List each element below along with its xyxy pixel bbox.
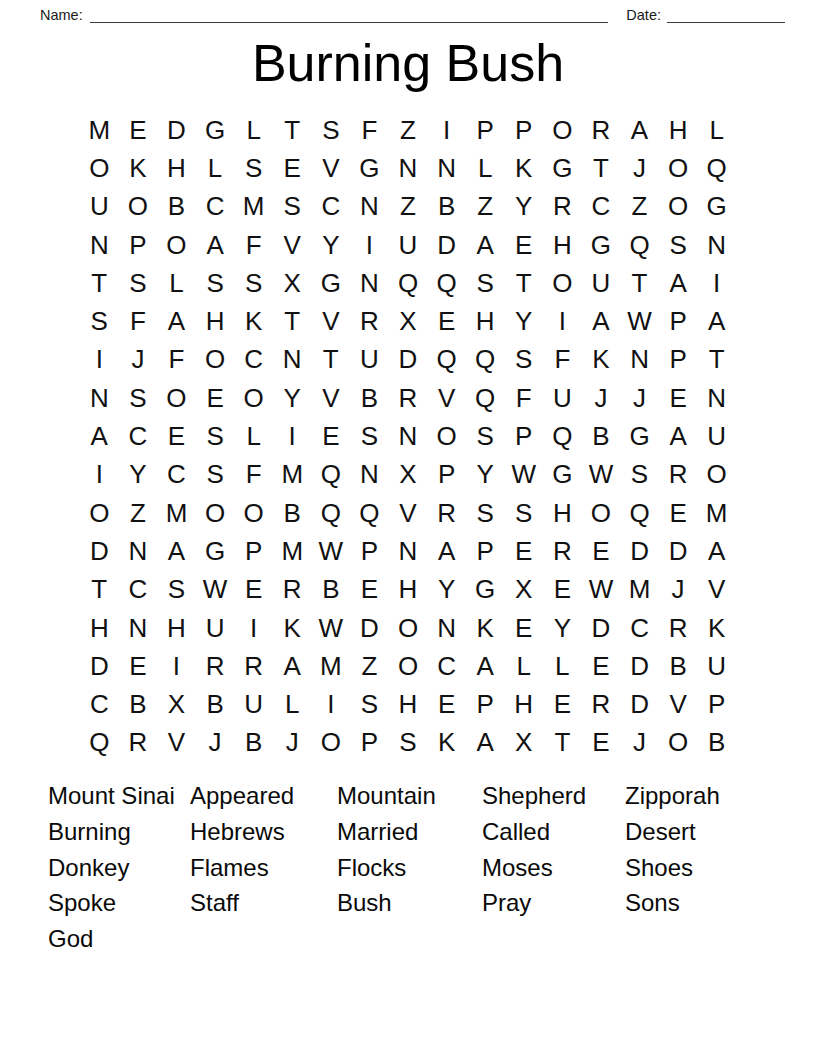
grid-cell-r17c16[interactable]: O: [659, 724, 698, 762]
grid-cell-r3c9[interactable]: Z: [389, 188, 428, 226]
grid-cell-r8c4[interactable]: E: [196, 379, 235, 417]
grid-cell-r17c9[interactable]: S: [389, 724, 428, 762]
grid-cell-r12c5[interactable]: P: [234, 532, 273, 570]
grid-cell-r10c11[interactable]: Y: [466, 456, 505, 494]
grid-cell-r10c12[interactable]: W: [504, 456, 543, 494]
grid-cell-r1c16[interactable]: H: [659, 111, 698, 149]
grid-cell-r5c16[interactable]: A: [659, 264, 698, 302]
grid-cell-r11c2[interactable]: Z: [119, 494, 158, 532]
grid-cell-r9c17[interactable]: U: [697, 417, 736, 455]
grid-cell-r4c8[interactable]: I: [350, 226, 389, 264]
grid-cell-r4c10[interactable]: D: [427, 226, 466, 264]
grid-cell-r3c6[interactable]: S: [273, 188, 312, 226]
grid-cell-r3c13[interactable]: R: [543, 188, 582, 226]
grid-cell-r9c1[interactable]: A: [80, 417, 119, 455]
name-blank-line[interactable]: [90, 7, 609, 23]
grid-cell-r7c8[interactable]: U: [350, 341, 389, 379]
grid-cell-r17c14[interactable]: E: [582, 724, 621, 762]
grid-cell-r2c2[interactable]: K: [119, 149, 158, 187]
grid-cell-r15c9[interactable]: O: [389, 647, 428, 685]
grid-cell-r12c2[interactable]: N: [119, 532, 158, 570]
grid-cell-r17c17[interactable]: B: [697, 724, 736, 762]
grid-cell-r16c7[interactable]: I: [312, 685, 351, 723]
grid-cell-r10c9[interactable]: X: [389, 456, 428, 494]
grid-cell-r2c7[interactable]: V: [312, 149, 351, 187]
grid-cell-r12c6[interactable]: M: [273, 532, 312, 570]
grid-cell-r13c7[interactable]: B: [312, 571, 351, 609]
grid-cell-r11c5[interactable]: O: [234, 494, 273, 532]
grid-cell-r6c8[interactable]: R: [350, 302, 389, 340]
grid-cell-r14c10[interactable]: N: [427, 609, 466, 647]
grid-cell-r13c4[interactable]: W: [196, 571, 235, 609]
grid-cell-r14c16[interactable]: R: [659, 609, 698, 647]
grid-cell-r10c2[interactable]: Y: [119, 456, 158, 494]
grid-cell-r12c13[interactable]: R: [543, 532, 582, 570]
grid-cell-r3c8[interactable]: N: [350, 188, 389, 226]
grid-cell-r8c13[interactable]: U: [543, 379, 582, 417]
grid-cell-r12c3[interactable]: A: [157, 532, 196, 570]
grid-cell-r9c2[interactable]: C: [119, 417, 158, 455]
grid-cell-r16c5[interactable]: U: [234, 685, 273, 723]
grid-cell-r15c1[interactable]: D: [80, 647, 119, 685]
grid-cell-r17c3[interactable]: V: [157, 724, 196, 762]
grid-cell-r13c1[interactable]: T: [80, 571, 119, 609]
word-list-column-1: Mount SinaiBurningDonkeySpokeGod: [48, 778, 190, 957]
grid-cell-r16c16[interactable]: V: [659, 685, 698, 723]
grid-cell-r6c2[interactable]: F: [119, 302, 158, 340]
grid-cell-r10c10[interactable]: P: [427, 456, 466, 494]
grid-cell-r5c14[interactable]: U: [582, 264, 621, 302]
grid-cell-r14c17[interactable]: K: [697, 609, 736, 647]
word-item: Spoke: [48, 885, 190, 921]
grid-cell-r10c15[interactable]: S: [620, 456, 659, 494]
grid-cell-r1c12[interactable]: P: [504, 111, 543, 149]
grid-cell-r5c15[interactable]: T: [620, 264, 659, 302]
grid-cell-r14c5[interactable]: I: [234, 609, 273, 647]
grid-cell-r3c5[interactable]: M: [234, 188, 273, 226]
grid-cell-r1c11[interactable]: P: [466, 111, 505, 149]
grid-cell-r4c9[interactable]: U: [389, 226, 428, 264]
grid-cell-r14c3[interactable]: H: [157, 609, 196, 647]
grid-cell-r1c13[interactable]: O: [543, 111, 582, 149]
grid-cell-r2c8[interactable]: G: [350, 149, 389, 187]
grid-cell-r3c14[interactable]: C: [582, 188, 621, 226]
grid-cell-r5c11[interactable]: S: [466, 264, 505, 302]
grid-cell-r3c15[interactable]: Z: [620, 188, 659, 226]
grid-cell-r1c3[interactable]: D: [157, 111, 196, 149]
date-blank-line[interactable]: [667, 7, 785, 23]
grid-cell-r1c4[interactable]: G: [196, 111, 235, 149]
grid-cell-r8c11[interactable]: Q: [466, 379, 505, 417]
grid-cell-r13c6[interactable]: R: [273, 571, 312, 609]
grid-cell-r15c6[interactable]: A: [273, 647, 312, 685]
grid-cell-r7c1[interactable]: I: [80, 341, 119, 379]
grid-cell-r5c8[interactable]: N: [350, 264, 389, 302]
grid-cell-r14c7[interactable]: W: [312, 609, 351, 647]
grid-cell-r9c6[interactable]: I: [273, 417, 312, 455]
grid-cell-r5c6[interactable]: X: [273, 264, 312, 302]
grid-cell-r12c14[interactable]: E: [582, 532, 621, 570]
grid-cell-r7c11[interactable]: Q: [466, 341, 505, 379]
grid-cell-r8c9[interactable]: R: [389, 379, 428, 417]
grid-cell-r17c1[interactable]: Q: [80, 724, 119, 762]
grid-cell-r17c4[interactable]: J: [196, 724, 235, 762]
grid-cell-r9c11[interactable]: S: [466, 417, 505, 455]
grid-cell-r8c3[interactable]: O: [157, 379, 196, 417]
grid-cell-r10c14[interactable]: W: [582, 456, 621, 494]
grid-cell-r7c7[interactable]: T: [312, 341, 351, 379]
grid-cell-r13c2[interactable]: C: [119, 571, 158, 609]
grid-cell-r7c15[interactable]: N: [620, 341, 659, 379]
grid-cell-r1c7[interactable]: S: [312, 111, 351, 149]
grid-cell-r14c14[interactable]: D: [582, 609, 621, 647]
grid-cell-r11c9[interactable]: V: [389, 494, 428, 532]
grid-cell-r12c1[interactable]: D: [80, 532, 119, 570]
grid-cell-r3c4[interactable]: C: [196, 188, 235, 226]
grid-cell-r7c2[interactable]: J: [119, 341, 158, 379]
grid-cell-r4c15[interactable]: Q: [620, 226, 659, 264]
grid-cell-r1c6[interactable]: T: [273, 111, 312, 149]
word-list-column-2: AppearedHebrewsFlamesStaff: [190, 778, 337, 957]
grid-cell-r16c8[interactable]: S: [350, 685, 389, 723]
grid-cell-r12c8[interactable]: P: [350, 532, 389, 570]
grid-cell-r13c17[interactable]: V: [697, 571, 736, 609]
grid-cell-r4c4[interactable]: A: [196, 226, 235, 264]
grid-cell-r1c2[interactable]: E: [119, 111, 158, 149]
grid-cell-r3c12[interactable]: Y: [504, 188, 543, 226]
grid-cell-r7c6[interactable]: N: [273, 341, 312, 379]
grid-cell-r15c14[interactable]: E: [582, 647, 621, 685]
grid-cell-r16c14[interactable]: R: [582, 685, 621, 723]
grid-cell-r5c9[interactable]: Q: [389, 264, 428, 302]
grid-cell-r13c8[interactable]: E: [350, 571, 389, 609]
grid-cell-r4c2[interactable]: P: [119, 226, 158, 264]
grid-cell-r6c1[interactable]: S: [80, 302, 119, 340]
grid-cell-r13c12[interactable]: X: [504, 571, 543, 609]
grid-cell-r15c3[interactable]: I: [157, 647, 196, 685]
grid-cell-r11c14[interactable]: O: [582, 494, 621, 532]
grid-cell-r8c1[interactable]: N: [80, 379, 119, 417]
grid-cell-r8c12[interactable]: F: [504, 379, 543, 417]
grid-cell-r8c8[interactable]: B: [350, 379, 389, 417]
grid-cell-r4c16[interactable]: S: [659, 226, 698, 264]
grid-cell-r13c16[interactable]: J: [659, 571, 698, 609]
grid-cell-r16c11[interactable]: P: [466, 685, 505, 723]
grid-cell-r6c14[interactable]: A: [582, 302, 621, 340]
grid-cell-r2c3[interactable]: H: [157, 149, 196, 187]
grid-cell-r10c4[interactable]: S: [196, 456, 235, 494]
grid-cell-r16c17[interactable]: P: [697, 685, 736, 723]
grid-cell-r2c12[interactable]: K: [504, 149, 543, 187]
grid-cell-r17c15[interactable]: J: [620, 724, 659, 762]
grid-cell-r15c8[interactable]: Z: [350, 647, 389, 685]
grid-cell-r8c17[interactable]: N: [697, 379, 736, 417]
grid-cell-r15c17[interactable]: U: [697, 647, 736, 685]
grid-cell-r14c6[interactable]: K: [273, 609, 312, 647]
grid-cell-r5c12[interactable]: T: [504, 264, 543, 302]
grid-cell-r12c10[interactable]: A: [427, 532, 466, 570]
grid-cell-r14c11[interactable]: K: [466, 609, 505, 647]
grid-cell-r5c2[interactable]: S: [119, 264, 158, 302]
grid-cell-r11c3[interactable]: M: [157, 494, 196, 532]
grid-cell-r3c11[interactable]: Z: [466, 188, 505, 226]
grid-cell-r17c11[interactable]: A: [466, 724, 505, 762]
grid-cell-r1c1[interactable]: M: [80, 111, 119, 149]
grid-cell-r15c2[interactable]: E: [119, 647, 158, 685]
grid-cell-r11c4[interactable]: O: [196, 494, 235, 532]
grid-cell-r15c10[interactable]: C: [427, 647, 466, 685]
grid-cell-r9c7[interactable]: E: [312, 417, 351, 455]
grid-cell-r2c4[interactable]: L: [196, 149, 235, 187]
grid-cell-r15c11[interactable]: A: [466, 647, 505, 685]
grid-cell-r8c14[interactable]: J: [582, 379, 621, 417]
grid-cell-r14c15[interactable]: C: [620, 609, 659, 647]
grid-cell-r11c6[interactable]: B: [273, 494, 312, 532]
grid-cell-r4c11[interactable]: A: [466, 226, 505, 264]
grid-cell-r13c11[interactable]: G: [466, 571, 505, 609]
grid-cell-r7c12[interactable]: S: [504, 341, 543, 379]
grid-cell-r6c6[interactable]: T: [273, 302, 312, 340]
grid-cell-r10c3[interactable]: C: [157, 456, 196, 494]
word-item: Mountain: [337, 778, 482, 814]
grid-cell-r17c8[interactable]: P: [350, 724, 389, 762]
grid-cell-r2c9[interactable]: N: [389, 149, 428, 187]
grid-cell-r14c12[interactable]: E: [504, 609, 543, 647]
grid-cell-r17c12[interactable]: X: [504, 724, 543, 762]
grid-cell-r10c16[interactable]: R: [659, 456, 698, 494]
grid-cell-r5c1[interactable]: T: [80, 264, 119, 302]
grid-cell-r8c16[interactable]: E: [659, 379, 698, 417]
grid-cell-r7c16[interactable]: P: [659, 341, 698, 379]
grid-cell-r13c5[interactable]: E: [234, 571, 273, 609]
grid-cell-r9c15[interactable]: G: [620, 417, 659, 455]
grid-cell-r5c4[interactable]: S: [196, 264, 235, 302]
grid-cell-r11c7[interactable]: Q: [312, 494, 351, 532]
grid-cell-r6c4[interactable]: H: [196, 302, 235, 340]
grid-cell-r14c1[interactable]: H: [80, 609, 119, 647]
grid-cell-r7c10[interactable]: Q: [427, 341, 466, 379]
grid-cell-r13c9[interactable]: H: [389, 571, 428, 609]
grid-cell-r12c7[interactable]: W: [312, 532, 351, 570]
grid-cell-r17c13[interactable]: T: [543, 724, 582, 762]
grid-cell-r5c3[interactable]: L: [157, 264, 196, 302]
grid-cell-r17c2[interactable]: R: [119, 724, 158, 762]
grid-cell-r8c6[interactable]: Y: [273, 379, 312, 417]
grid-cell-r11c8[interactable]: Q: [350, 494, 389, 532]
grid-cell-r9c16[interactable]: A: [659, 417, 698, 455]
grid-cell-r1c5[interactable]: L: [234, 111, 273, 149]
grid-cell-r16c12[interactable]: H: [504, 685, 543, 723]
grid-cell-r2c15[interactable]: J: [620, 149, 659, 187]
word-item: Staff: [190, 885, 337, 921]
grid-cell-r11c12[interactable]: S: [504, 494, 543, 532]
grid-cell-r2c11[interactable]: L: [466, 149, 505, 187]
grid-cell-r1c17[interactable]: L: [697, 111, 736, 149]
grid-cell-r13c14[interactable]: W: [582, 571, 621, 609]
grid-cell-r2c13[interactable]: G: [543, 149, 582, 187]
grid-cell-r10c6[interactable]: M: [273, 456, 312, 494]
grid-cell-r3c7[interactable]: C: [312, 188, 351, 226]
grid-cell-r14c2[interactable]: N: [119, 609, 158, 647]
grid-cell-r6c5[interactable]: K: [234, 302, 273, 340]
grid-cell-r10c7[interactable]: Q: [312, 456, 351, 494]
grid-cell-r17c7[interactable]: O: [312, 724, 351, 762]
grid-cell-r16c15[interactable]: D: [620, 685, 659, 723]
grid-cell-r10c17[interactable]: O: [697, 456, 736, 494]
grid-cell-r16c4[interactable]: B: [196, 685, 235, 723]
grid-cell-r6c12[interactable]: Y: [504, 302, 543, 340]
grid-cell-r15c16[interactable]: B: [659, 647, 698, 685]
word-list-column-3: MountainMarriedFlocksBush: [337, 778, 482, 957]
grid-cell-r14c4[interactable]: U: [196, 609, 235, 647]
grid-cell-r2c10[interactable]: N: [427, 149, 466, 187]
grid-cell-r10c13[interactable]: G: [543, 456, 582, 494]
grid-cell-r9c12[interactable]: P: [504, 417, 543, 455]
grid-cell-r16c10[interactable]: E: [427, 685, 466, 723]
grid-cell-r7c3[interactable]: F: [157, 341, 196, 379]
grid-cell-r16c9[interactable]: H: [389, 685, 428, 723]
grid-cell-r6c16[interactable]: P: [659, 302, 698, 340]
grid-cell-r7c4[interactable]: O: [196, 341, 235, 379]
grid-cell-r4c17[interactable]: N: [697, 226, 736, 264]
grid-cell-r1c9[interactable]: Z: [389, 111, 428, 149]
grid-cell-r5c13[interactable]: O: [543, 264, 582, 302]
grid-cell-r13c13[interactable]: E: [543, 571, 582, 609]
grid-cell-r6c17[interactable]: A: [697, 302, 736, 340]
grid-cell-r10c8[interactable]: N: [350, 456, 389, 494]
grid-cell-r2c14[interactable]: T: [582, 149, 621, 187]
grid-cell-r7c13[interactable]: F: [543, 341, 582, 379]
grid-cell-r17c6[interactable]: J: [273, 724, 312, 762]
grid-cell-r7c14[interactable]: K: [582, 341, 621, 379]
grid-cell-r1c15[interactable]: A: [620, 111, 659, 149]
grid-cell-r8c15[interactable]: J: [620, 379, 659, 417]
grid-cell-r12c9[interactable]: N: [389, 532, 428, 570]
word-item: Shoes: [625, 850, 720, 886]
grid-cell-r9c8[interactable]: S: [350, 417, 389, 455]
grid-cell-r4c14[interactable]: G: [582, 226, 621, 264]
grid-cell-r9c14[interactable]: B: [582, 417, 621, 455]
grid-cell-r13c10[interactable]: Y: [427, 571, 466, 609]
grid-cell-r4c7[interactable]: Y: [312, 226, 351, 264]
word-item: Called: [482, 814, 625, 850]
grid-cell-r10c5[interactable]: F: [234, 456, 273, 494]
grid-cell-r14c9[interactable]: O: [389, 609, 428, 647]
grid-cell-r12c16[interactable]: D: [659, 532, 698, 570]
grid-cell-r16c2[interactable]: B: [119, 685, 158, 723]
grid-cell-r5c5[interactable]: S: [234, 264, 273, 302]
grid-cell-r11c13[interactable]: H: [543, 494, 582, 532]
grid-cell-r13c3[interactable]: S: [157, 571, 196, 609]
grid-cell-r16c13[interactable]: E: [543, 685, 582, 723]
grid-cell-r11c17[interactable]: M: [697, 494, 736, 532]
grid-cell-r8c10[interactable]: V: [427, 379, 466, 417]
grid-cell-r3c10[interactable]: B: [427, 188, 466, 226]
grid-cell-r4c1[interactable]: N: [80, 226, 119, 264]
grid-cell-r4c3[interactable]: O: [157, 226, 196, 264]
grid-cell-r7c17[interactable]: T: [697, 341, 736, 379]
grid-cell-r2c17[interactable]: Q: [697, 149, 736, 187]
grid-cell-r3c1[interactable]: U: [80, 188, 119, 226]
grid-cell-r5c17[interactable]: I: [697, 264, 736, 302]
grid-cell-r14c13[interactable]: Y: [543, 609, 582, 647]
grid-cell-r15c15[interactable]: D: [620, 647, 659, 685]
grid-cell-r11c15[interactable]: Q: [620, 494, 659, 532]
grid-cell-r3c3[interactable]: B: [157, 188, 196, 226]
grid-cell-r15c7[interactable]: M: [312, 647, 351, 685]
grid-cell-r2c6[interactable]: E: [273, 149, 312, 187]
grid-cell-r12c17[interactable]: A: [697, 532, 736, 570]
grid-cell-r8c7[interactable]: V: [312, 379, 351, 417]
grid-cell-r7c9[interactable]: D: [389, 341, 428, 379]
grid-cell-r9c5[interactable]: L: [234, 417, 273, 455]
grid-cell-r4c13[interactable]: H: [543, 226, 582, 264]
grid-cell-r15c13[interactable]: L: [543, 647, 582, 685]
grid-cell-r11c11[interactable]: S: [466, 494, 505, 532]
grid-cell-r15c12[interactable]: L: [504, 647, 543, 685]
grid-cell-r9c10[interactable]: O: [427, 417, 466, 455]
grid-cell-r11c16[interactable]: E: [659, 494, 698, 532]
grid-cell-r4c12[interactable]: E: [504, 226, 543, 264]
grid-cell-r12c15[interactable]: D: [620, 532, 659, 570]
grid-cell-r12c11[interactable]: P: [466, 532, 505, 570]
grid-cell-r7c5[interactable]: C: [234, 341, 273, 379]
grid-cell-r6c9[interactable]: X: [389, 302, 428, 340]
grid-cell-r4c6[interactable]: V: [273, 226, 312, 264]
grid-cell-r16c1[interactable]: C: [80, 685, 119, 723]
grid-cell-r2c1[interactable]: O: [80, 149, 119, 187]
grid-cell-r16c3[interactable]: X: [157, 685, 196, 723]
grid-cell-r12c12[interactable]: E: [504, 532, 543, 570]
grid-cell-r9c13[interactable]: Q: [543, 417, 582, 455]
grid-cell-r14c8[interactable]: D: [350, 609, 389, 647]
grid-cell-r17c10[interactable]: K: [427, 724, 466, 762]
grid-cell-r11c1[interactable]: O: [80, 494, 119, 532]
grid-cell-r6c11[interactable]: H: [466, 302, 505, 340]
grid-cell-r9c9[interactable]: N: [389, 417, 428, 455]
grid-cell-r8c2[interactable]: S: [119, 379, 158, 417]
grid-cell-r2c5[interactable]: S: [234, 149, 273, 187]
grid-cell-r9c4[interactable]: S: [196, 417, 235, 455]
grid-cell-r17c5[interactable]: B: [234, 724, 273, 762]
grid-cell-r15c5[interactable]: R: [234, 647, 273, 685]
grid-cell-r1c14[interactable]: R: [582, 111, 621, 149]
grid-cell-r5c7[interactable]: G: [312, 264, 351, 302]
grid-cell-r5c10[interactable]: Q: [427, 264, 466, 302]
grid-cell-r8c5[interactable]: O: [234, 379, 273, 417]
grid-cell-r12c4[interactable]: G: [196, 532, 235, 570]
grid-cell-r16c6[interactable]: L: [273, 685, 312, 723]
name-label: Name:: [40, 7, 83, 23]
grid-cell-r15c4[interactable]: R: [196, 647, 235, 685]
grid-cell-r6c15[interactable]: W: [620, 302, 659, 340]
grid-cell-r3c2[interactable]: O: [119, 188, 158, 226]
grid-cell-r9c3[interactable]: E: [157, 417, 196, 455]
grid-cell-r4c5[interactable]: F: [234, 226, 273, 264]
grid-cell-r6c3[interactable]: A: [157, 302, 196, 340]
grid-cell-r1c10[interactable]: I: [427, 111, 466, 149]
grid-cell-r6c7[interactable]: V: [312, 302, 351, 340]
grid-cell-r11c10[interactable]: R: [427, 494, 466, 532]
grid-cell-r1c8[interactable]: F: [350, 111, 389, 149]
grid-cell-r13c15[interactable]: M: [620, 571, 659, 609]
grid-cell-r6c10[interactable]: E: [427, 302, 466, 340]
grid-cell-r3c16[interactable]: O: [659, 188, 698, 226]
grid-cell-r2c16[interactable]: O: [659, 149, 698, 187]
grid-cell-r10c1[interactable]: I: [80, 456, 119, 494]
grid-cell-r3c17[interactable]: G: [697, 188, 736, 226]
grid-cell-r6c13[interactable]: I: [543, 302, 582, 340]
